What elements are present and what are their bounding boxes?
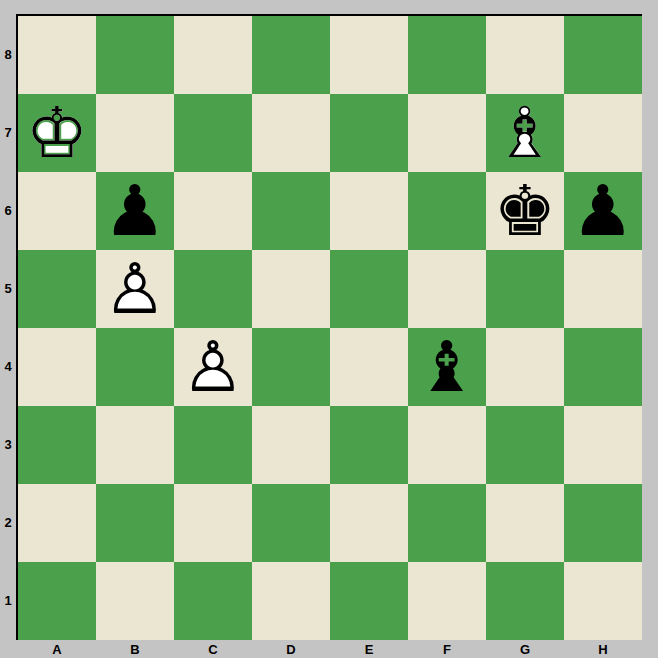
rank-label-8: 8 [0, 16, 16, 94]
square-c4[interactable]: ♟♙ [174, 328, 252, 406]
square-e2[interactable] [330, 484, 408, 562]
board-frame: ♚♔♝♗♟♚♟♟♙♟♙♝ 87654321 ABCDEFGH [0, 0, 658, 658]
file-label-e: E [330, 641, 408, 658]
square-e5[interactable] [330, 250, 408, 328]
rank-label-1: 1 [0, 562, 16, 640]
black-pawn-h6[interactable]: ♟ [564, 172, 642, 250]
square-c7[interactable] [174, 94, 252, 172]
file-label-b: B [96, 641, 174, 658]
rank-label-2: 2 [0, 484, 16, 562]
square-b1[interactable] [96, 562, 174, 640]
square-g1[interactable] [486, 562, 564, 640]
square-e8[interactable] [330, 16, 408, 94]
file-label-h: H [564, 641, 642, 658]
square-f6[interactable] [408, 172, 486, 250]
file-label-g: G [486, 641, 564, 658]
square-g3[interactable] [486, 406, 564, 484]
square-h8[interactable] [564, 16, 642, 94]
square-f4[interactable]: ♝ [408, 328, 486, 406]
black-pawn-glyph: ♟ [572, 172, 635, 250]
square-h7[interactable] [564, 94, 642, 172]
black-pawn-glyph: ♟ [104, 172, 167, 250]
white-pawn-b5[interactable]: ♟♙ [96, 250, 174, 328]
square-f8[interactable] [408, 16, 486, 94]
square-f5[interactable] [408, 250, 486, 328]
square-a1[interactable] [18, 562, 96, 640]
white-pawn-c4[interactable]: ♟♙ [174, 328, 252, 406]
square-d6[interactable] [252, 172, 330, 250]
square-h5[interactable] [564, 250, 642, 328]
square-a2[interactable] [18, 484, 96, 562]
black-king-g6[interactable]: ♚ [486, 172, 564, 250]
rank-label-7: 7 [0, 94, 16, 172]
file-labels: ABCDEFGH [18, 641, 642, 658]
square-g2[interactable] [486, 484, 564, 562]
square-e1[interactable] [330, 562, 408, 640]
square-a3[interactable] [18, 406, 96, 484]
square-c2[interactable] [174, 484, 252, 562]
square-f2[interactable] [408, 484, 486, 562]
square-c1[interactable] [174, 562, 252, 640]
square-h1[interactable] [564, 562, 642, 640]
square-g4[interactable] [486, 328, 564, 406]
square-b5[interactable]: ♟♙ [96, 250, 174, 328]
white-pawn-outline: ♙ [104, 250, 167, 328]
square-h6[interactable]: ♟ [564, 172, 642, 250]
white-king-outline: ♔ [26, 94, 89, 172]
square-d5[interactable] [252, 250, 330, 328]
square-d3[interactable] [252, 406, 330, 484]
file-label-a: A [18, 641, 96, 658]
square-d4[interactable] [252, 328, 330, 406]
square-d2[interactable] [252, 484, 330, 562]
square-b7[interactable] [96, 94, 174, 172]
square-h3[interactable] [564, 406, 642, 484]
square-b3[interactable] [96, 406, 174, 484]
square-c5[interactable] [174, 250, 252, 328]
white-bishop-outline: ♗ [494, 94, 557, 172]
square-d8[interactable] [252, 16, 330, 94]
square-h4[interactable] [564, 328, 642, 406]
square-e6[interactable] [330, 172, 408, 250]
square-e3[interactable] [330, 406, 408, 484]
square-c3[interactable] [174, 406, 252, 484]
rank-label-4: 4 [0, 328, 16, 406]
file-label-d: D [252, 641, 330, 658]
board-axis-lines: ♚♔♝♗♟♚♟♟♙♟♙♝ [16, 14, 642, 640]
white-king-a7[interactable]: ♚♔ [18, 94, 96, 172]
square-h2[interactable] [564, 484, 642, 562]
square-g5[interactable] [486, 250, 564, 328]
square-f7[interactable] [408, 94, 486, 172]
black-bishop-f4[interactable]: ♝ [408, 328, 486, 406]
file-label-c: C [174, 641, 252, 658]
square-b6[interactable]: ♟ [96, 172, 174, 250]
square-g7[interactable]: ♝♗ [486, 94, 564, 172]
square-e4[interactable] [330, 328, 408, 406]
square-d1[interactable] [252, 562, 330, 640]
black-king-glyph: ♚ [494, 172, 557, 250]
square-f1[interactable] [408, 562, 486, 640]
square-a4[interactable] [18, 328, 96, 406]
rank-label-6: 6 [0, 172, 16, 250]
square-g6[interactable]: ♚ [486, 172, 564, 250]
square-f3[interactable] [408, 406, 486, 484]
square-a7[interactable]: ♚♔ [18, 94, 96, 172]
square-e7[interactable] [330, 94, 408, 172]
white-pawn-outline: ♙ [182, 328, 245, 406]
rank-label-5: 5 [0, 250, 16, 328]
white-bishop-g7[interactable]: ♝♗ [486, 94, 564, 172]
black-pawn-b6[interactable]: ♟ [96, 172, 174, 250]
square-c8[interactable] [174, 16, 252, 94]
square-c6[interactable] [174, 172, 252, 250]
black-bishop-glyph: ♝ [416, 328, 479, 406]
square-b8[interactable] [96, 16, 174, 94]
rank-labels: 87654321 [0, 16, 16, 640]
square-a5[interactable] [18, 250, 96, 328]
square-a6[interactable] [18, 172, 96, 250]
square-g8[interactable] [486, 16, 564, 94]
chess-board: ♚♔♝♗♟♚♟♟♙♟♙♝ [18, 16, 642, 640]
square-b2[interactable] [96, 484, 174, 562]
rank-label-3: 3 [0, 406, 16, 484]
square-d7[interactable] [252, 94, 330, 172]
file-label-f: F [408, 641, 486, 658]
square-b4[interactable] [96, 328, 174, 406]
square-a8[interactable] [18, 16, 96, 94]
